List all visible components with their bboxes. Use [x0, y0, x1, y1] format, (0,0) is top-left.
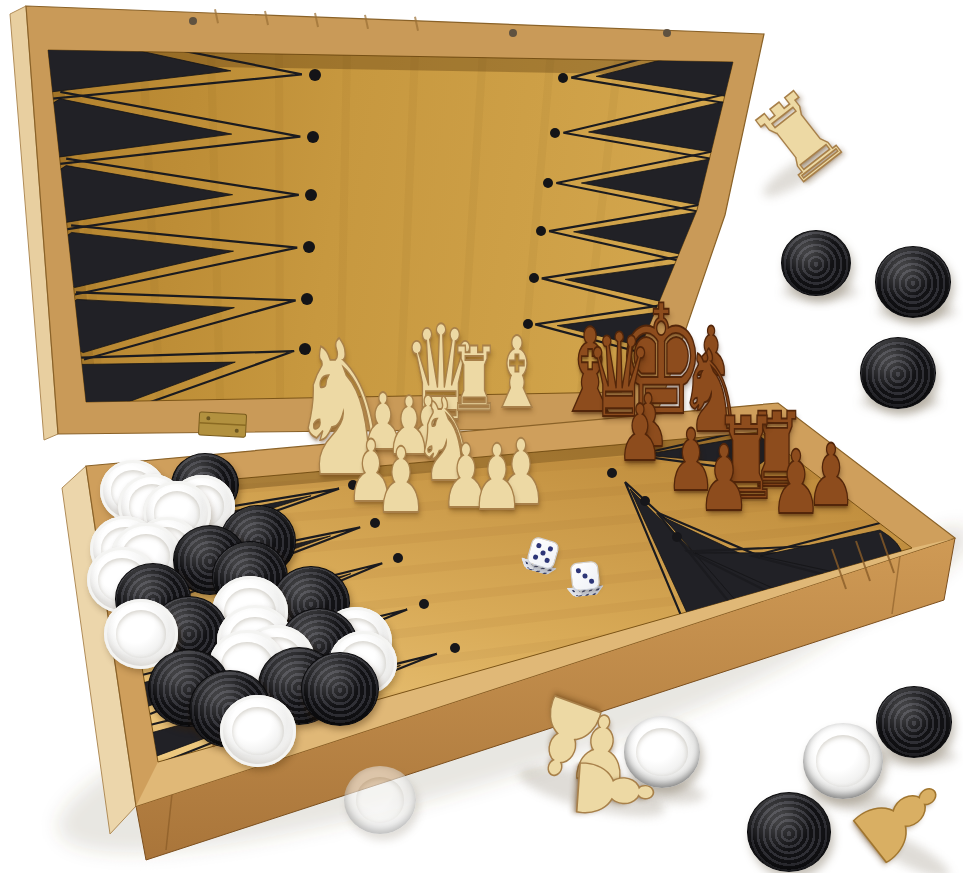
- black-checker[interactable]: [860, 337, 936, 409]
- white-checker[interactable]: [803, 723, 883, 798]
- light-pawn[interactable]: ♟: [375, 435, 428, 526]
- white-checker[interactable]: [220, 695, 296, 766]
- game-set-photo: ♟♚♝♝♛♛♜♞♞♟♟♟♟♟♞♜♜♟♟♟♟♟♟♟♟♟♜♟♟♟♟ 3-in-1 f…: [0, 0, 963, 873]
- black-checker[interactable]: [876, 686, 952, 758]
- die-pip: [548, 546, 554, 552]
- black-checker[interactable]: [781, 230, 851, 296]
- die-pip: [544, 558, 550, 564]
- light-pawn[interactable]: ♟: [559, 749, 667, 830]
- die-pip: [532, 554, 538, 560]
- black-checker[interactable]: [747, 792, 831, 871]
- light-rook[interactable]: ♜: [737, 72, 863, 203]
- white-checker[interactable]: [344, 766, 416, 834]
- light-pawn[interactable]: ♟: [471, 432, 524, 523]
- die-showing-5[interactable]: [527, 537, 559, 569]
- die-pip: [575, 568, 580, 573]
- dark-pawn[interactable]: ♟: [770, 439, 821, 527]
- die-pip: [540, 550, 546, 556]
- dark-pawn[interactable]: ♟: [698, 433, 751, 524]
- die-pip: [582, 573, 587, 578]
- die-top-face: [571, 562, 600, 591]
- die-pip: [589, 579, 594, 584]
- die-pip: [536, 542, 542, 548]
- die-showing-3[interactable]: [571, 562, 600, 591]
- black-checker[interactable]: [875, 246, 951, 318]
- pieces-layer: ♟♚♝♝♛♛♜♞♞♟♟♟♟♟♞♜♜♟♟♟♟♟♟♟♟♟♜♟♟♟♟: [0, 0, 963, 873]
- dark-pawn[interactable]: ♟: [617, 395, 663, 473]
- black-checker[interactable]: [301, 652, 379, 725]
